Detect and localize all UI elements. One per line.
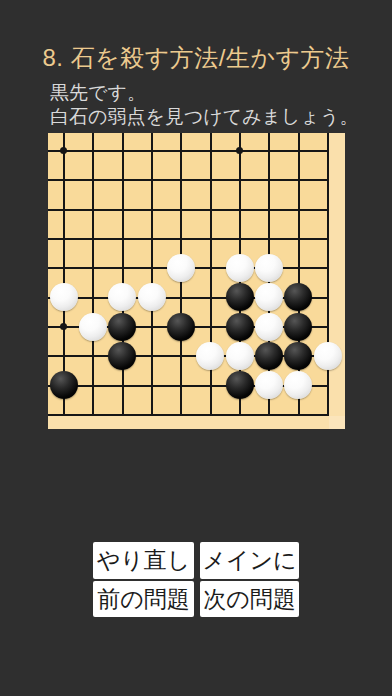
black-stone (284, 283, 312, 311)
board-point[interactable] (137, 224, 166, 253)
board-point[interactable] (284, 341, 313, 370)
white-stone (167, 254, 195, 282)
board-point[interactable] (137, 283, 166, 312)
board-point[interactable] (78, 165, 107, 194)
board-point[interactable] (137, 312, 166, 341)
board-point[interactable] (49, 253, 78, 282)
instruction-line-1: 黒先です。 (50, 81, 372, 105)
board-point[interactable] (108, 400, 137, 429)
board-point[interactable] (284, 400, 313, 429)
board-point[interactable] (284, 136, 313, 165)
board-point[interactable] (254, 165, 283, 194)
board-point[interactable] (108, 195, 137, 224)
star-point (236, 147, 243, 154)
white-stone (196, 342, 224, 370)
board-point[interactable] (166, 136, 195, 165)
board-point[interactable] (137, 253, 166, 282)
star-point (60, 147, 67, 154)
board-point[interactable] (196, 224, 225, 253)
board-point[interactable] (225, 371, 254, 400)
board-point[interactable] (166, 224, 195, 253)
white-stone (108, 283, 136, 311)
board-point[interactable] (225, 136, 254, 165)
board-point[interactable] (78, 283, 107, 312)
board-point[interactable] (284, 195, 313, 224)
board-point[interactable] (225, 165, 254, 194)
board-point[interactable] (284, 371, 313, 400)
board-point[interactable] (108, 371, 137, 400)
white-stone (255, 254, 283, 282)
board-point[interactable] (225, 253, 254, 282)
white-stone (255, 283, 283, 311)
board-point[interactable] (254, 371, 283, 400)
board-point[interactable] (313, 165, 342, 194)
star-point (60, 323, 67, 330)
board-point[interactable] (254, 341, 283, 370)
previous-problem-button[interactable]: 前の問題 (93, 581, 194, 617)
go-board (48, 133, 345, 429)
board-point[interactable] (166, 341, 195, 370)
board-point[interactable] (137, 165, 166, 194)
board-point[interactable] (166, 195, 195, 224)
board-point[interactable] (166, 253, 195, 282)
board-point[interactable] (49, 224, 78, 253)
board-point[interactable] (196, 283, 225, 312)
board-point[interactable] (313, 283, 342, 312)
board-point[interactable] (49, 136, 78, 165)
board-point[interactable] (49, 400, 78, 429)
white-stone (255, 313, 283, 341)
black-stone (226, 371, 254, 399)
board-point[interactable] (137, 371, 166, 400)
board-point[interactable] (108, 224, 137, 253)
white-stone (226, 342, 254, 370)
board-point[interactable] (137, 136, 166, 165)
white-stone (79, 313, 107, 341)
board-point[interactable] (313, 195, 342, 224)
board-point[interactable] (313, 400, 342, 429)
board-point[interactable] (108, 165, 137, 194)
board-point[interactable] (137, 400, 166, 429)
board-point[interactable] (254, 400, 283, 429)
black-stone (255, 342, 283, 370)
white-stone (50, 283, 78, 311)
board-point[interactable] (78, 341, 107, 370)
page-title: 8. 石を殺す方法/生かす方法 (0, 42, 392, 74)
board-point[interactable] (225, 224, 254, 253)
board-point[interactable] (225, 341, 254, 370)
board-point[interactable] (166, 371, 195, 400)
board-point[interactable] (78, 195, 107, 224)
board-point[interactable] (254, 283, 283, 312)
board-point[interactable] (313, 341, 342, 370)
board-point[interactable] (313, 224, 342, 253)
board-point[interactable] (49, 283, 78, 312)
instructions: 黒先です。 白石の弱点を見つけてみましょう。 (50, 81, 372, 129)
board-point[interactable] (78, 253, 107, 282)
board-point[interactable] (166, 283, 195, 312)
board-point[interactable] (166, 400, 195, 429)
board-point[interactable] (284, 224, 313, 253)
white-stone (284, 371, 312, 399)
board-point[interactable] (313, 312, 342, 341)
board-points (49, 136, 342, 429)
board-point[interactable] (254, 224, 283, 253)
board-point[interactable] (49, 312, 78, 341)
board-point[interactable] (49, 195, 78, 224)
board-point[interactable] (108, 312, 137, 341)
board-point[interactable] (196, 371, 225, 400)
instruction-line-2: 白石の弱点を見つけてみましょう。 (50, 105, 372, 129)
board-point[interactable] (49, 341, 78, 370)
board-point[interactable] (196, 165, 225, 194)
board-point[interactable] (78, 136, 107, 165)
board-point[interactable] (284, 165, 313, 194)
board-point[interactable] (196, 136, 225, 165)
board-point[interactable] (254, 136, 283, 165)
white-stone (138, 283, 166, 311)
board-point[interactable] (137, 195, 166, 224)
black-stone (284, 313, 312, 341)
black-stone (226, 313, 254, 341)
board-point[interactable] (108, 283, 137, 312)
board-point[interactable] (196, 400, 225, 429)
board-point[interactable] (313, 371, 342, 400)
black-stone (108, 342, 136, 370)
board-point[interactable] (284, 312, 313, 341)
board-point[interactable] (196, 195, 225, 224)
board-point[interactable] (166, 165, 195, 194)
board-point[interactable] (284, 283, 313, 312)
black-stone (226, 283, 254, 311)
board-point[interactable] (196, 253, 225, 282)
board-point[interactable] (225, 195, 254, 224)
board-point[interactable] (284, 253, 313, 282)
board-point[interactable] (108, 341, 137, 370)
board-point[interactable] (196, 312, 225, 341)
board-point[interactable] (225, 283, 254, 312)
board-point[interactable] (78, 371, 107, 400)
black-stone (284, 342, 312, 370)
next-problem-button[interactable]: 次の問題 (200, 581, 299, 617)
black-stone (167, 313, 195, 341)
black-stone (108, 313, 136, 341)
board-point[interactable] (108, 253, 137, 282)
board-point[interactable] (225, 400, 254, 429)
board-point[interactable] (166, 312, 195, 341)
control-buttons: やり直し メインに 前の問題 次の問題 (93, 542, 299, 617)
board-point[interactable] (196, 341, 225, 370)
board-point[interactable] (254, 253, 283, 282)
board-point[interactable] (254, 195, 283, 224)
main-menu-button[interactable]: メインに (200, 542, 299, 579)
white-stone (314, 342, 342, 370)
board-point[interactable] (313, 136, 342, 165)
board-point[interactable] (78, 400, 107, 429)
white-stone (255, 371, 283, 399)
board-point[interactable] (108, 136, 137, 165)
board-point[interactable] (254, 312, 283, 341)
white-stone (226, 254, 254, 282)
redo-button[interactable]: やり直し (93, 542, 194, 579)
board-point[interactable] (78, 224, 107, 253)
board-point[interactable] (225, 312, 254, 341)
board-point[interactable] (78, 312, 107, 341)
app-screen: { "theme": { "background": "#2f2f2f", "b… (0, 0, 392, 696)
board-point[interactable] (49, 165, 78, 194)
black-stone (50, 371, 78, 399)
board-point[interactable] (137, 341, 166, 370)
board-point[interactable] (49, 371, 78, 400)
board-point[interactable] (313, 253, 342, 282)
